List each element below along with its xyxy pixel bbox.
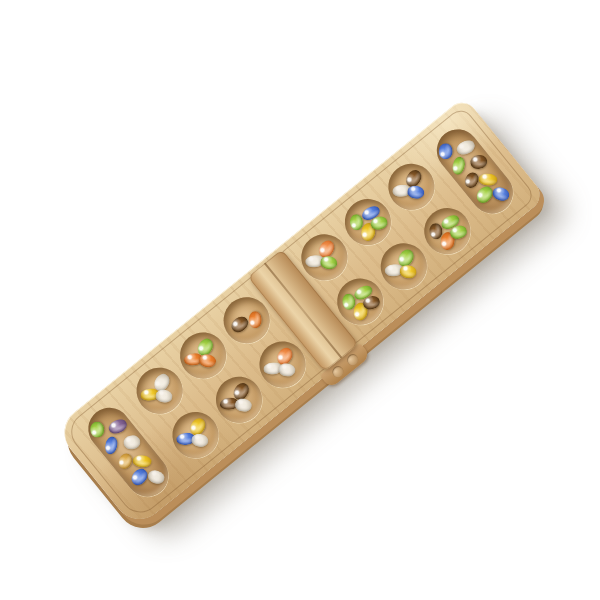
- glass-bead-clear: [146, 468, 166, 486]
- glass-bead-clear: [234, 397, 253, 412]
- glass-bead-green: [319, 255, 338, 270]
- glass-bead-clear: [190, 432, 209, 447]
- glass-bead-green: [90, 421, 104, 437]
- glass-bead-orange: [198, 353, 217, 368]
- glass-bead-brown: [228, 313, 251, 335]
- glass-bead-yellow: [132, 455, 152, 468]
- pit-far-5[interactable]: [335, 189, 400, 254]
- pit-near-6[interactable]: [415, 198, 480, 263]
- glass-bead-purple: [107, 417, 130, 437]
- glass-bead-clear: [277, 362, 296, 377]
- glass-bead-orange: [248, 311, 261, 328]
- glass-bead-blue: [491, 185, 511, 203]
- store-right: [428, 121, 521, 222]
- glass-bead-yellow: [399, 264, 418, 279]
- pit-far-1[interactable]: [127, 358, 192, 423]
- glass-bead-blue: [439, 143, 453, 159]
- pit-near-5[interactable]: [371, 234, 436, 299]
- hinge-pin-icon: [345, 352, 360, 367]
- glass-bead-yellow: [478, 173, 498, 186]
- pit-far-6[interactable]: [379, 154, 444, 219]
- glass-bead-blue: [103, 435, 119, 455]
- product-photo: [0, 0, 600, 600]
- pit-far-2[interactable]: [170, 323, 235, 388]
- glass-bead-green: [451, 156, 467, 176]
- glass-bead-clear: [154, 388, 173, 403]
- mancala-board: [54, 96, 546, 529]
- board-rotation-wrapper: [54, 96, 546, 529]
- hinge-pin-icon: [330, 364, 345, 379]
- glass-bead-brown: [469, 154, 488, 171]
- pit-near-2[interactable]: [206, 367, 271, 432]
- store-left: [80, 399, 177, 505]
- glass-bead-clear: [122, 434, 141, 451]
- glass-bead-blue: [406, 184, 425, 199]
- glass-bead-clear: [454, 138, 477, 158]
- pit-near-1[interactable]: [163, 402, 228, 467]
